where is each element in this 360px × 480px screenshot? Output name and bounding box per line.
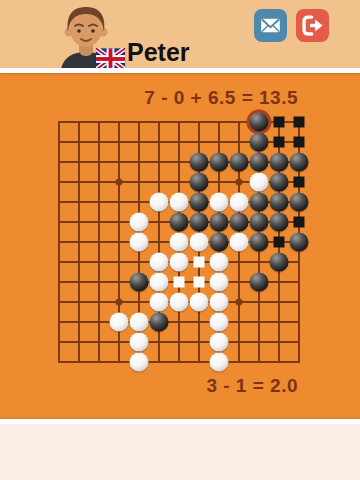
black-stone — [190, 153, 209, 172]
black-stone — [150, 313, 169, 332]
star-point — [236, 299, 243, 306]
black-stone — [250, 213, 269, 232]
black-territory-marker — [294, 217, 305, 228]
black-stone — [190, 213, 209, 232]
black-stone — [230, 213, 249, 232]
black-stone — [250, 233, 269, 252]
go-board[interactable] — [58, 121, 300, 363]
black-stone — [130, 273, 149, 292]
white-territory-marker — [174, 277, 185, 288]
uk-flag-icon — [96, 48, 125, 70]
white-stone — [210, 293, 229, 312]
white-stone — [230, 233, 249, 252]
white-stone — [150, 273, 169, 292]
black-stone — [210, 213, 229, 232]
flag-icon-peter — [96, 48, 125, 70]
mail-button[interactable] — [254, 9, 287, 42]
star-point — [236, 179, 243, 186]
white-score-formula: 3 - 1 = 2.0 — [100, 375, 298, 397]
star-point — [116, 179, 123, 186]
white-stone — [190, 293, 209, 312]
black-stone — [250, 193, 269, 212]
white-stone — [210, 273, 229, 292]
black-stone — [270, 173, 289, 192]
black-stone — [170, 213, 189, 232]
white-territory-marker — [194, 277, 205, 288]
black-stone — [290, 153, 309, 172]
black-territory-marker — [274, 237, 285, 248]
black-territory-marker — [274, 117, 285, 128]
black-stone — [270, 213, 289, 232]
white-stone — [190, 233, 209, 252]
black-stone — [250, 153, 269, 172]
white-stone — [210, 253, 229, 272]
bottom-player-bar: Kathy — [0, 424, 360, 480]
black-stone — [270, 253, 289, 272]
white-stone — [130, 333, 149, 352]
white-stone — [250, 173, 269, 192]
white-stone — [150, 293, 169, 312]
black-stone — [290, 193, 309, 212]
white-stone — [210, 333, 229, 352]
black-territory-marker — [294, 177, 305, 188]
black-stone — [270, 153, 289, 172]
white-stone — [170, 233, 189, 252]
black-stone — [210, 153, 229, 172]
mail-icon — [257, 12, 284, 39]
white-stone — [130, 353, 149, 372]
white-stone — [210, 193, 229, 212]
black-stone — [210, 233, 229, 252]
black-territory-marker — [274, 137, 285, 148]
white-stone — [210, 313, 229, 332]
game-screen: Peter 7 - 0 + 6.5 = 13.5 3 - 1 = 2.0 — [0, 0, 360, 480]
star-point — [116, 299, 123, 306]
top-separator — [0, 68, 360, 73]
white-stone — [150, 253, 169, 272]
white-territory-marker — [194, 257, 205, 268]
black-stone — [190, 193, 209, 212]
white-stone — [170, 193, 189, 212]
black-stone — [250, 133, 269, 152]
black-stone — [290, 233, 309, 252]
white-stone — [130, 213, 149, 232]
black-stone — [190, 173, 209, 192]
white-stone — [150, 193, 169, 212]
top-player-bar: Peter — [0, 0, 360, 68]
white-stone — [130, 233, 149, 252]
white-stone — [170, 253, 189, 272]
white-stone — [170, 293, 189, 312]
white-stone — [230, 193, 249, 212]
white-stone — [110, 313, 129, 332]
last-move-stone — [250, 113, 269, 132]
black-territory-marker — [294, 117, 305, 128]
exit-button[interactable] — [296, 9, 329, 42]
white-stone — [210, 353, 229, 372]
black-stone — [270, 193, 289, 212]
black-score-formula: 7 - 0 + 6.5 = 13.5 — [100, 87, 298, 109]
black-stone — [250, 273, 269, 292]
player-name-top: Peter — [127, 40, 190, 65]
white-stone — [130, 313, 149, 332]
black-territory-marker — [294, 137, 305, 148]
black-stone — [230, 153, 249, 172]
exit-icon — [299, 12, 326, 39]
